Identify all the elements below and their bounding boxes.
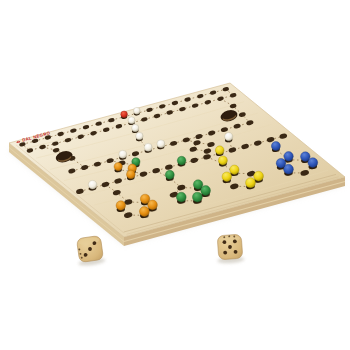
peg-orange[interactable] — [114, 162, 122, 172]
peg-white[interactable] — [225, 132, 233, 142]
peg-white[interactable] — [132, 124, 139, 133]
photo-stage: DAL NEGRO — [0, 0, 350, 350]
peg-white[interactable] — [119, 150, 127, 159]
peg-white[interactable] — [88, 180, 97, 190]
peg-white[interactable] — [144, 143, 152, 152]
scene: DAL NEGRO — [0, 0, 350, 350]
peg-green[interactable] — [192, 192, 202, 203]
peg-green[interactable] — [176, 192, 186, 203]
peg-white[interactable] — [157, 140, 165, 149]
peg-red[interactable] — [121, 111, 128, 119]
peg-yellow[interactable] — [246, 178, 256, 189]
die[interactable] — [75, 235, 106, 267]
game-board: DAL NEGRO — [9, 83, 345, 246]
peg-green[interactable] — [177, 156, 186, 166]
peg-yellow[interactable] — [218, 156, 227, 166]
peg-blue[interactable] — [308, 158, 318, 169]
peg-white[interactable] — [133, 107, 140, 115]
peg-yellow[interactable] — [215, 146, 224, 156]
die[interactable] — [216, 234, 245, 264]
peg-blue[interactable] — [271, 142, 280, 152]
peg-yellow[interactable] — [222, 172, 232, 183]
peg-white[interactable] — [136, 132, 144, 141]
peg-orange[interactable] — [139, 207, 149, 218]
dice — [75, 234, 245, 267]
peg-orange[interactable] — [126, 170, 135, 180]
peg-orange[interactable] — [116, 201, 126, 212]
peg-white[interactable] — [128, 117, 135, 125]
peg-green[interactable] — [165, 170, 174, 180]
peg-yellow[interactable] — [230, 165, 239, 176]
peg-blue[interactable] — [284, 164, 294, 175]
